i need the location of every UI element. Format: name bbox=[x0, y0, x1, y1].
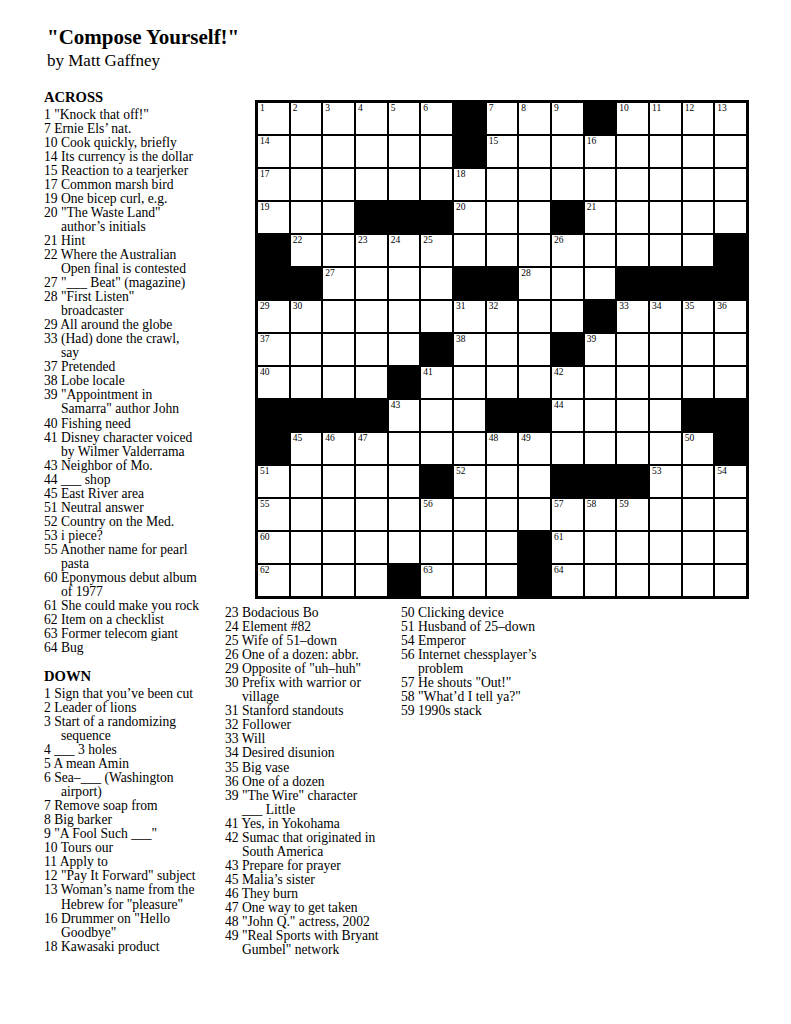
cell-r13c3[interactable] bbox=[322, 498, 355, 531]
cell-r7c5[interactable] bbox=[388, 300, 421, 333]
cell-r3c6[interactable] bbox=[420, 168, 453, 201]
cell-r10c8 bbox=[486, 399, 519, 432]
clue-text: Eponymous debut album of 1977 bbox=[61, 570, 197, 599]
clue-down-51: 51 Husband of 25–down bbox=[401, 620, 589, 634]
clue-across-40: 40 Fishing need bbox=[44, 417, 246, 431]
cell-r13c1[interactable]: 55 bbox=[257, 498, 290, 531]
cell-r3c7[interactable]: 18 bbox=[453, 168, 486, 201]
clue-text: Start of a randomizing sequence bbox=[54, 714, 176, 743]
cell-r1c8[interactable]: 7 bbox=[486, 102, 519, 135]
cell-r15c15[interactable] bbox=[714, 564, 747, 597]
cell-number: 64 bbox=[554, 565, 564, 576]
cell-r15c13[interactable] bbox=[649, 564, 682, 597]
cell-number: 30 bbox=[293, 301, 303, 312]
cell-number: 14 bbox=[260, 136, 270, 147]
cell-r11c12[interactable] bbox=[616, 432, 649, 465]
cell-number: 36 bbox=[717, 301, 727, 312]
clue-number: 25 bbox=[225, 633, 242, 648]
cell-r12c1[interactable]: 51 bbox=[257, 465, 290, 498]
clue-text: (Had) done the crawl, say bbox=[61, 331, 180, 360]
crossword-grid: 1234567891011121314151617181920212223242… bbox=[255, 100, 749, 599]
cell-r10c10[interactable]: 44 bbox=[551, 399, 584, 432]
cell-r7c3[interactable] bbox=[322, 300, 355, 333]
cell-r15c4[interactable] bbox=[355, 564, 388, 597]
cell-number: 37 bbox=[260, 334, 270, 345]
cell-r4c14[interactable] bbox=[682, 201, 715, 234]
clue-down-43: 43 Prepare for prayer bbox=[225, 859, 413, 873]
cell-r9c12[interactable] bbox=[616, 366, 649, 399]
clue-number: 38 bbox=[44, 373, 61, 388]
cell-r4c9[interactable] bbox=[518, 201, 551, 234]
cell-r9c9[interactable] bbox=[518, 366, 551, 399]
cell-r8c2[interactable] bbox=[290, 333, 323, 366]
down-clue-list-middle: 23 Bodacious Bo24 Element #8225 Wife of … bbox=[225, 606, 413, 957]
cell-r13c7[interactable] bbox=[453, 498, 486, 531]
cell-r11c6[interactable] bbox=[420, 432, 453, 465]
cell-r13c14[interactable] bbox=[682, 498, 715, 531]
cell-r9c1[interactable]: 40 bbox=[257, 366, 290, 399]
clue-across-28: 28 "First Listen" broadcaster bbox=[44, 290, 246, 318]
cell-r15c14[interactable] bbox=[682, 564, 715, 597]
cell-r3c2[interactable] bbox=[290, 168, 323, 201]
clue-number: 36 bbox=[225, 774, 242, 789]
clue-down-11: 11 Apply to bbox=[44, 855, 246, 869]
clue-down-48: 48 "John Q." actress, 2002 bbox=[225, 915, 413, 929]
cell-r6c6[interactable] bbox=[420, 267, 453, 300]
cell-r4c3[interactable] bbox=[322, 201, 355, 234]
clue-number: 58 bbox=[401, 689, 418, 704]
cell-r14c8[interactable] bbox=[486, 531, 519, 564]
cell-r5c6[interactable]: 25 bbox=[420, 234, 453, 267]
cell-r7c7[interactable]: 31 bbox=[453, 300, 486, 333]
cell-r14c1[interactable]: 60 bbox=[257, 531, 290, 564]
cell-r12c3[interactable] bbox=[322, 465, 355, 498]
cell-r11c2[interactable]: 45 bbox=[290, 432, 323, 465]
cell-r5c3[interactable] bbox=[322, 234, 355, 267]
cell-r9c7[interactable] bbox=[453, 366, 486, 399]
cell-r4c15[interactable] bbox=[714, 201, 747, 234]
cell-r8c14[interactable] bbox=[682, 333, 715, 366]
cell-r7c15[interactable]: 36 bbox=[714, 300, 747, 333]
cell-r15c8[interactable] bbox=[486, 564, 519, 597]
cell-r7c2[interactable]: 30 bbox=[290, 300, 323, 333]
cell-r2c4[interactable] bbox=[355, 135, 388, 168]
cell-r2c6[interactable] bbox=[420, 135, 453, 168]
cell-r13c6[interactable]: 56 bbox=[420, 498, 453, 531]
cell-r15c7[interactable] bbox=[453, 564, 486, 597]
cell-r12c7[interactable]: 52 bbox=[453, 465, 486, 498]
clue-number: 21 bbox=[44, 233, 61, 248]
clue-text: Sumac that originated in South America bbox=[242, 830, 375, 859]
cell-r11c3[interactable]: 46 bbox=[322, 432, 355, 465]
cell-r9c11[interactable] bbox=[584, 366, 617, 399]
cell-number: 45 bbox=[293, 433, 303, 444]
cell-r10c3 bbox=[322, 399, 355, 432]
cell-r6c1 bbox=[257, 267, 290, 300]
cell-r12c9[interactable] bbox=[518, 465, 551, 498]
cell-r3c11[interactable] bbox=[584, 168, 617, 201]
cell-number: 16 bbox=[587, 136, 597, 147]
cell-r8c5[interactable] bbox=[388, 333, 421, 366]
cell-r11c5[interactable] bbox=[388, 432, 421, 465]
cell-r3c5[interactable] bbox=[388, 168, 421, 201]
cell-r15c6[interactable]: 63 bbox=[420, 564, 453, 597]
cell-r9c14[interactable] bbox=[682, 366, 715, 399]
cell-r3c8[interactable] bbox=[486, 168, 519, 201]
clue-across-53: 53 i piece? bbox=[44, 529, 246, 543]
cell-r14c3[interactable] bbox=[322, 531, 355, 564]
clue-text: Clicking device bbox=[418, 605, 504, 620]
cell-r5c9[interactable] bbox=[518, 234, 551, 267]
cell-r14c11[interactable] bbox=[584, 531, 617, 564]
cell-r7c9[interactable] bbox=[518, 300, 551, 333]
cell-r2c3[interactable] bbox=[322, 135, 355, 168]
cell-r11c11[interactable] bbox=[584, 432, 617, 465]
cell-r4c1[interactable]: 19 bbox=[257, 201, 290, 234]
cell-r11c10[interactable] bbox=[551, 432, 584, 465]
clue-text: East River area bbox=[61, 486, 144, 501]
clue-number: 54 bbox=[401, 633, 418, 648]
clue-text: Bug bbox=[61, 640, 84, 655]
cell-r8c8[interactable] bbox=[486, 333, 519, 366]
cell-r1c1[interactable]: 1 bbox=[257, 102, 290, 135]
cell-number: 47 bbox=[358, 433, 368, 444]
cell-r6c4[interactable] bbox=[355, 267, 388, 300]
cell-r12c5[interactable] bbox=[388, 465, 421, 498]
cell-number: 4 bbox=[358, 103, 363, 114]
clue-text: "Appointment in Samarra" author John bbox=[61, 387, 179, 416]
clue-across-19: 19 One bicep curl, e.g. bbox=[44, 192, 246, 206]
cell-r2c11[interactable]: 16 bbox=[584, 135, 617, 168]
cell-r15c10[interactable]: 64 bbox=[551, 564, 584, 597]
cell-r11c7[interactable] bbox=[453, 432, 486, 465]
clue-down-36: 36 One of a dozen bbox=[225, 775, 413, 789]
clue-text: Country on the Med. bbox=[61, 514, 174, 529]
cell-r10c12[interactable] bbox=[616, 399, 649, 432]
cell-r1c10[interactable]: 9 bbox=[551, 102, 584, 135]
cell-r1c13[interactable]: 11 bbox=[649, 102, 682, 135]
clue-number: 53 bbox=[44, 528, 61, 543]
clue-text: He shouts "Out!" bbox=[418, 675, 511, 690]
cell-number: 34 bbox=[652, 301, 662, 312]
cell-r15c3[interactable] bbox=[322, 564, 355, 597]
clue-text: Item on a checklist bbox=[61, 612, 164, 627]
clue-text: Woman’s name from the Hebrew for "pleasu… bbox=[61, 882, 195, 911]
clue-text: Former telecom giant bbox=[61, 626, 178, 641]
cell-r9c4[interactable] bbox=[355, 366, 388, 399]
clue-text: Sea–___ (Washington airport) bbox=[54, 770, 173, 799]
cell-r14c5[interactable] bbox=[388, 531, 421, 564]
cell-r1c15[interactable]: 13 bbox=[714, 102, 747, 135]
clue-text: i piece? bbox=[61, 528, 103, 543]
cell-r1c9[interactable]: 8 bbox=[518, 102, 551, 135]
cell-r6c3[interactable]: 27 bbox=[322, 267, 355, 300]
cell-number: 19 bbox=[260, 202, 270, 213]
clue-number: 49 bbox=[225, 928, 242, 943]
clue-across-41: 41 Disney character voiced by Wilmer Val… bbox=[44, 431, 246, 459]
cell-r4c8[interactable] bbox=[486, 201, 519, 234]
clue-number: 51 bbox=[401, 619, 418, 634]
clue-number: 3 bbox=[44, 714, 54, 729]
clue-text: Common marsh bird bbox=[61, 177, 174, 192]
cell-r9c2[interactable] bbox=[290, 366, 323, 399]
cell-r4c12[interactable] bbox=[616, 201, 649, 234]
cell-r11c4[interactable]: 47 bbox=[355, 432, 388, 465]
cell-r14c6[interactable] bbox=[420, 531, 453, 564]
cell-number: 28 bbox=[521, 268, 531, 279]
clue-number: 16 bbox=[44, 911, 61, 926]
clue-text: Yes, in Yokohama bbox=[242, 816, 340, 831]
cell-r1c2[interactable]: 2 bbox=[290, 102, 323, 135]
cell-r7c1[interactable]: 29 bbox=[257, 300, 290, 333]
cell-r1c5[interactable]: 5 bbox=[388, 102, 421, 135]
cell-r6c9[interactable]: 28 bbox=[518, 267, 551, 300]
clue-across-10: 10 Cook quickly, briefly bbox=[44, 136, 246, 150]
cell-r10c6[interactable] bbox=[420, 399, 453, 432]
cell-r14c10[interactable]: 61 bbox=[551, 531, 584, 564]
cell-r2c10[interactable] bbox=[551, 135, 584, 168]
cell-r10c13[interactable] bbox=[649, 399, 682, 432]
clue-number: 27 bbox=[44, 275, 61, 290]
clue-text: "Pay It Forward" subject bbox=[61, 868, 196, 883]
clue-number: 57 bbox=[401, 675, 418, 690]
cell-r12c8[interactable] bbox=[486, 465, 519, 498]
cell-r8c12[interactable] bbox=[616, 333, 649, 366]
cell-r14c12[interactable] bbox=[616, 531, 649, 564]
cell-r13c10[interactable]: 57 bbox=[551, 498, 584, 531]
clue-text: Emperor bbox=[418, 633, 466, 648]
cell-r4c13[interactable] bbox=[649, 201, 682, 234]
cell-r4c7[interactable]: 20 bbox=[453, 201, 486, 234]
cell-r15c12[interactable] bbox=[616, 564, 649, 597]
cell-r3c14[interactable] bbox=[682, 168, 715, 201]
cell-r5c14[interactable] bbox=[682, 234, 715, 267]
cell-r10c11[interactable] bbox=[584, 399, 617, 432]
cell-r6c5[interactable] bbox=[388, 267, 421, 300]
cell-r7c8[interactable]: 32 bbox=[486, 300, 519, 333]
cell-r7c4[interactable] bbox=[355, 300, 388, 333]
cell-r3c10[interactable] bbox=[551, 168, 584, 201]
cell-r9c15[interactable] bbox=[714, 366, 747, 399]
clue-down-3: 3 Start of a randomizing sequence bbox=[44, 715, 246, 743]
cell-r1c14[interactable]: 12 bbox=[682, 102, 715, 135]
cell-r5c4[interactable]: 23 bbox=[355, 234, 388, 267]
cell-r4c11[interactable]: 21 bbox=[584, 201, 617, 234]
cell-r12c2[interactable] bbox=[290, 465, 323, 498]
clue-down-12: 12 "Pay It Forward" subject bbox=[44, 869, 246, 883]
cell-r5c12[interactable] bbox=[616, 234, 649, 267]
cell-r2c15[interactable] bbox=[714, 135, 747, 168]
cell-r13c15[interactable] bbox=[714, 498, 747, 531]
clue-down-23: 23 Bodacious Bo bbox=[225, 606, 413, 620]
cell-r1c6[interactable]: 6 bbox=[420, 102, 453, 135]
cell-r14c13[interactable] bbox=[649, 531, 682, 564]
cell-r10c7[interactable] bbox=[453, 399, 486, 432]
cell-r11c13[interactable] bbox=[649, 432, 682, 465]
cell-r15c11[interactable] bbox=[584, 564, 617, 597]
cell-r6c10[interactable] bbox=[551, 267, 584, 300]
cell-r8c15[interactable] bbox=[714, 333, 747, 366]
across-header: ACROSS bbox=[44, 90, 246, 105]
clue-across-7: 7 Ernie Els’ nat. bbox=[44, 122, 246, 136]
cell-r8c7[interactable]: 38 bbox=[453, 333, 486, 366]
cell-r1c3[interactable]: 3 bbox=[322, 102, 355, 135]
cell-r12c4[interactable] bbox=[355, 465, 388, 498]
cell-r11c14[interactable]: 50 bbox=[682, 432, 715, 465]
cell-r3c13[interactable] bbox=[649, 168, 682, 201]
clue-text: "The Wire" character ___ Little bbox=[242, 788, 357, 817]
cell-r2c5[interactable] bbox=[388, 135, 421, 168]
cell-r7c14[interactable]: 35 bbox=[682, 300, 715, 333]
cell-r7c6[interactable] bbox=[420, 300, 453, 333]
clue-number: 52 bbox=[44, 514, 61, 529]
clue-number: 9 bbox=[44, 826, 54, 841]
down-clue-list-left: 1 Sign that you’ve been cut2 Leader of l… bbox=[44, 687, 246, 954]
cell-r4c2[interactable] bbox=[290, 201, 323, 234]
clue-text: Neighbor of Mo. bbox=[61, 458, 153, 473]
cell-r14c4[interactable] bbox=[355, 531, 388, 564]
cell-number: 17 bbox=[260, 169, 270, 180]
clue-text: Fishing need bbox=[61, 416, 131, 431]
cell-r3c12[interactable] bbox=[616, 168, 649, 201]
cell-r13c9[interactable] bbox=[518, 498, 551, 531]
cell-r8c10 bbox=[551, 333, 584, 366]
cell-r5c10[interactable]: 26 bbox=[551, 234, 584, 267]
clue-text: She could make you rock bbox=[61, 598, 199, 613]
clue-text: Drummer on "Hello Goodbye" bbox=[61, 911, 170, 940]
cell-r8c13[interactable] bbox=[649, 333, 682, 366]
cell-r14c7[interactable] bbox=[453, 531, 486, 564]
clue-down-26: 26 One of a dozen: abbr. bbox=[225, 648, 413, 662]
cell-r11c15 bbox=[714, 432, 747, 465]
cell-r13c8[interactable] bbox=[486, 498, 519, 531]
clue-text: Hint bbox=[61, 233, 85, 248]
cell-r2c13[interactable] bbox=[649, 135, 682, 168]
cell-r5c8[interactable] bbox=[486, 234, 519, 267]
cell-r3c3[interactable] bbox=[322, 168, 355, 201]
cell-r1c7 bbox=[453, 102, 486, 135]
clue-column-left: ACROSS 1 "Knock that off!"7 Ernie Els’ n… bbox=[44, 90, 246, 954]
cell-number: 33 bbox=[619, 301, 629, 312]
cell-number: 25 bbox=[423, 235, 433, 246]
cell-r13c2[interactable] bbox=[290, 498, 323, 531]
clue-across-38: 38 Lobe locale bbox=[44, 374, 246, 388]
cell-r15c1[interactable]: 62 bbox=[257, 564, 290, 597]
cell-r2c14[interactable] bbox=[682, 135, 715, 168]
cell-r6c8 bbox=[486, 267, 519, 300]
cell-r14c15[interactable] bbox=[714, 531, 747, 564]
cell-r13c11[interactable]: 58 bbox=[584, 498, 617, 531]
cell-number: 11 bbox=[652, 103, 661, 114]
cell-r12c15[interactable]: 54 bbox=[714, 465, 747, 498]
clue-across-15: 15 Reaction to a tearjerker bbox=[44, 164, 246, 178]
clue-number: 7 bbox=[44, 798, 54, 813]
cell-number: 60 bbox=[260, 532, 270, 543]
clue-down-42: 42 Sumac that originated in South Americ… bbox=[225, 831, 413, 859]
clue-text: Big vase bbox=[242, 760, 289, 775]
cell-number: 56 bbox=[423, 499, 433, 510]
cell-r13c5[interactable] bbox=[388, 498, 421, 531]
cell-r2c8[interactable]: 15 bbox=[486, 135, 519, 168]
cell-r13c13[interactable] bbox=[649, 498, 682, 531]
cell-number: 22 bbox=[293, 235, 303, 246]
cell-r8c1[interactable]: 37 bbox=[257, 333, 290, 366]
cell-r2c2[interactable] bbox=[290, 135, 323, 168]
cell-r9c6[interactable]: 41 bbox=[420, 366, 453, 399]
cell-r9c10[interactable]: 42 bbox=[551, 366, 584, 399]
cell-r1c12[interactable]: 10 bbox=[616, 102, 649, 135]
cell-r5c5[interactable]: 24 bbox=[388, 234, 421, 267]
cell-r15c9 bbox=[518, 564, 551, 597]
clue-down-49: 49 "Real Sports with Bryant Gumbel" netw… bbox=[225, 929, 413, 957]
cell-number: 7 bbox=[489, 103, 494, 114]
cell-r6c11[interactable] bbox=[584, 267, 617, 300]
cell-r9c3[interactable] bbox=[322, 366, 355, 399]
cell-r11c9[interactable]: 49 bbox=[518, 432, 551, 465]
cell-r3c9[interactable] bbox=[518, 168, 551, 201]
cell-r8c11[interactable]: 39 bbox=[584, 333, 617, 366]
cell-r14c14[interactable] bbox=[682, 531, 715, 564]
cell-r10c5[interactable]: 43 bbox=[388, 399, 421, 432]
cell-r7c12[interactable]: 33 bbox=[616, 300, 649, 333]
cell-number: 43 bbox=[391, 400, 401, 411]
cell-r5c2[interactable]: 22 bbox=[290, 234, 323, 267]
cell-r1c11 bbox=[584, 102, 617, 135]
cell-r12c13[interactable]: 53 bbox=[649, 465, 682, 498]
cell-r2c1[interactable]: 14 bbox=[257, 135, 290, 168]
cell-r2c9[interactable] bbox=[518, 135, 551, 168]
cell-number: 23 bbox=[358, 235, 368, 246]
cell-r2c12[interactable] bbox=[616, 135, 649, 168]
cell-r5c11[interactable] bbox=[584, 234, 617, 267]
cell-r6c14 bbox=[682, 267, 715, 300]
cell-r7c11 bbox=[584, 300, 617, 333]
cell-number: 26 bbox=[554, 235, 564, 246]
cell-r9c8[interactable] bbox=[486, 366, 519, 399]
cell-r14c2[interactable] bbox=[290, 531, 323, 564]
cell-r13c4[interactable] bbox=[355, 498, 388, 531]
cell-r9c13[interactable] bbox=[649, 366, 682, 399]
clue-across-52: 52 Country on the Med. bbox=[44, 515, 246, 529]
cell-r5c13[interactable] bbox=[649, 234, 682, 267]
cell-r1c4[interactable]: 4 bbox=[355, 102, 388, 135]
cell-r13c12[interactable]: 59 bbox=[616, 498, 649, 531]
cell-r12c14[interactable] bbox=[682, 465, 715, 498]
cell-r8c4[interactable] bbox=[355, 333, 388, 366]
cell-r3c4[interactable] bbox=[355, 168, 388, 201]
cell-r7c13[interactable]: 34 bbox=[649, 300, 682, 333]
cell-r7c10[interactable] bbox=[551, 300, 584, 333]
cell-number: 55 bbox=[260, 499, 270, 510]
clue-number: 28 bbox=[44, 289, 61, 304]
cell-r8c9[interactable] bbox=[518, 333, 551, 366]
cell-r3c1[interactable]: 17 bbox=[257, 168, 290, 201]
cell-r5c7[interactable] bbox=[453, 234, 486, 267]
cell-r11c8[interactable]: 48 bbox=[486, 432, 519, 465]
cell-r2c7 bbox=[453, 135, 486, 168]
cell-number: 57 bbox=[554, 499, 564, 510]
clue-text: Husband of 25–down bbox=[418, 619, 535, 634]
clue-down-29: 29 Opposite of "uh–huh" bbox=[225, 662, 413, 676]
cell-r15c2[interactable] bbox=[290, 564, 323, 597]
cell-number: 59 bbox=[619, 499, 629, 510]
clue-text: Leader of lions bbox=[54, 700, 136, 715]
cell-r8c3[interactable] bbox=[322, 333, 355, 366]
clue-across-21: 21 Hint bbox=[44, 234, 246, 248]
cell-r3c15[interactable] bbox=[714, 168, 747, 201]
clue-down-16: 16 Drummer on "Hello Goodbye" bbox=[44, 912, 246, 940]
clue-text: Another name for pearl pasta bbox=[60, 542, 187, 571]
